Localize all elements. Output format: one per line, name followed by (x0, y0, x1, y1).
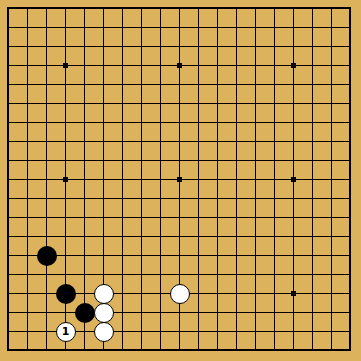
white-stone (94, 322, 114, 342)
move-label: 1 (62, 326, 70, 337)
white-stone (94, 303, 114, 323)
black-stone (56, 284, 76, 304)
black-stone (75, 303, 95, 323)
white-stone (170, 284, 190, 304)
stones-layer: 1 (0, 0, 360, 360)
black-stone (37, 246, 57, 266)
go-board[interactable]: 1 (0, 0, 361, 361)
white-stone: 1 (56, 322, 76, 342)
white-stone (94, 284, 114, 304)
